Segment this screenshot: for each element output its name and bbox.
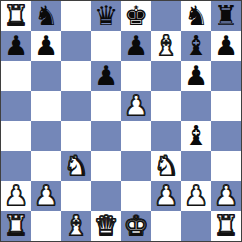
square-f8[interactable]: [151, 1, 181, 31]
white-pawn-a2: ♟: [4, 181, 28, 211]
black-king-e8: ♚: [124, 1, 148, 31]
black-pawn-d6: ♟: [94, 61, 118, 91]
square-a1[interactable]: ♜: [1, 211, 31, 241]
square-c7[interactable]: [61, 31, 91, 61]
square-a8[interactable]: ♜: [1, 1, 31, 31]
square-d7[interactable]: [91, 31, 121, 61]
black-bishop-g7: ♝: [184, 31, 208, 61]
square-f5[interactable]: [151, 91, 181, 121]
square-b6[interactable]: [31, 61, 61, 91]
black-pawn-b7: ♟: [34, 31, 58, 61]
square-f4[interactable]: [151, 121, 181, 151]
square-h5[interactable]: [211, 91, 241, 121]
black-bishop-g4: ♝: [184, 121, 208, 151]
square-b8[interactable]: ♞: [31, 1, 61, 31]
square-f6[interactable]: [151, 61, 181, 91]
square-f3[interactable]: ♞: [151, 151, 181, 181]
black-pawn-a7: ♟: [4, 31, 28, 61]
square-f1[interactable]: [151, 211, 181, 241]
square-d5[interactable]: [91, 91, 121, 121]
square-e3[interactable]: [121, 151, 151, 181]
square-h2[interactable]: ♟: [211, 181, 241, 211]
white-bishop-f7: ♝: [154, 31, 178, 61]
square-d6[interactable]: ♟: [91, 61, 121, 91]
black-pawn-g6: ♟: [184, 61, 208, 91]
square-a5[interactable]: [1, 91, 31, 121]
white-pawn-e5: ♟: [124, 91, 148, 121]
square-c4[interactable]: [61, 121, 91, 151]
square-b3[interactable]: [31, 151, 61, 181]
white-king-e1: ♚: [124, 211, 148, 241]
square-a6[interactable]: [1, 61, 31, 91]
square-e6[interactable]: [121, 61, 151, 91]
white-knight-c3: ♞: [64, 151, 88, 181]
square-g5[interactable]: [181, 91, 211, 121]
white-rook-a8: ♜: [4, 1, 28, 31]
square-e1[interactable]: ♚: [121, 211, 151, 241]
square-g8[interactable]: ♞: [181, 1, 211, 31]
square-h1[interactable]: ♜: [211, 211, 241, 241]
square-g4[interactable]: ♝: [181, 121, 211, 151]
white-queen-d1: ♛: [94, 211, 118, 241]
square-a7[interactable]: ♟: [1, 31, 31, 61]
square-d4[interactable]: [91, 121, 121, 151]
square-a2[interactable]: ♟: [1, 181, 31, 211]
square-g3[interactable]: [181, 151, 211, 181]
square-a4[interactable]: [1, 121, 31, 151]
white-pawn-f2: ♟: [154, 181, 178, 211]
square-h7[interactable]: ♟: [211, 31, 241, 61]
square-b5[interactable]: [31, 91, 61, 121]
square-h8[interactable]: ♜: [211, 1, 241, 31]
square-e7[interactable]: ♟: [121, 31, 151, 61]
chess-board: ♜♞♛♚♞♜♟♟♟♝♝♟♟♟♟♝♞♞♟♟♟♟♟♜♝♛♚♜: [0, 0, 242, 242]
white-pawn-b2: ♟: [34, 181, 58, 211]
square-c8[interactable]: [61, 1, 91, 31]
square-d8[interactable]: ♛: [91, 1, 121, 31]
square-c2[interactable]: [61, 181, 91, 211]
black-rook-h8: ♜: [214, 1, 238, 31]
square-g6[interactable]: ♟: [181, 61, 211, 91]
square-g2[interactable]: ♟: [181, 181, 211, 211]
square-e4[interactable]: [121, 121, 151, 151]
square-c3[interactable]: ♞: [61, 151, 91, 181]
square-f7[interactable]: ♝: [151, 31, 181, 61]
black-knight-b8: ♞: [34, 1, 58, 31]
square-e8[interactable]: ♚: [121, 1, 151, 31]
square-b4[interactable]: [31, 121, 61, 151]
square-g1[interactable]: [181, 211, 211, 241]
square-h3[interactable]: [211, 151, 241, 181]
black-knight-g8: ♞: [184, 1, 208, 31]
square-b1[interactable]: [31, 211, 61, 241]
square-b2[interactable]: ♟: [31, 181, 61, 211]
square-h6[interactable]: [211, 61, 241, 91]
white-rook-a1: ♜: [4, 211, 28, 241]
white-bishop-c1: ♝: [64, 211, 88, 241]
square-f2[interactable]: ♟: [151, 181, 181, 211]
square-c5[interactable]: [61, 91, 91, 121]
square-e2[interactable]: [121, 181, 151, 211]
square-h4[interactable]: [211, 121, 241, 151]
white-rook-h1: ♜: [214, 211, 238, 241]
square-c1[interactable]: ♝: [61, 211, 91, 241]
square-g7[interactable]: ♝: [181, 31, 211, 61]
black-pawn-e7: ♟: [124, 31, 148, 61]
square-d2[interactable]: [91, 181, 121, 211]
square-d3[interactable]: [91, 151, 121, 181]
white-pawn-g2: ♟: [184, 181, 208, 211]
black-queen-d8: ♛: [94, 1, 118, 31]
square-e5[interactable]: ♟: [121, 91, 151, 121]
square-c6[interactable]: [61, 61, 91, 91]
white-knight-f3: ♞: [154, 151, 178, 181]
square-b7[interactable]: ♟: [31, 31, 61, 61]
black-pawn-h7: ♟: [214, 31, 238, 61]
square-d1[interactable]: ♛: [91, 211, 121, 241]
white-pawn-h2: ♟: [214, 181, 238, 211]
square-a3[interactable]: [1, 151, 31, 181]
